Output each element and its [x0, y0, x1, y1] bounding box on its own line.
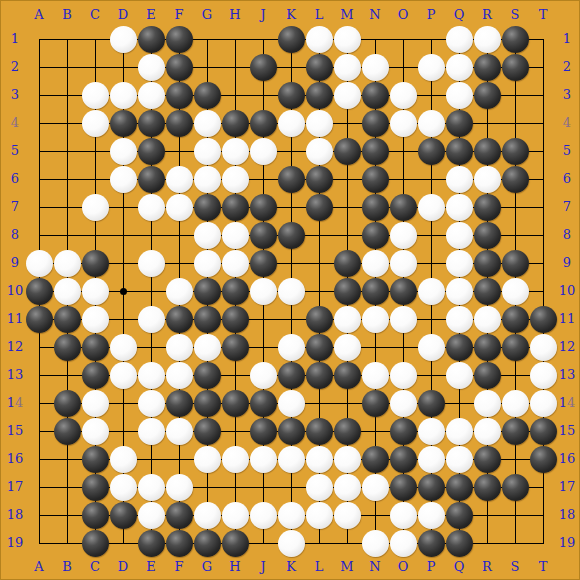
intersection-J15[interactable] [249, 417, 277, 445]
intersection-K10[interactable] [277, 277, 305, 305]
intersection-L5[interactable] [305, 137, 333, 165]
intersection-B18[interactable] [53, 501, 81, 529]
intersection-O10[interactable] [389, 277, 417, 305]
intersection-B3[interactable] [53, 81, 81, 109]
intersection-B2[interactable] [53, 53, 81, 81]
intersection-M13[interactable] [333, 361, 361, 389]
intersection-N13[interactable] [361, 361, 389, 389]
intersection-M7[interactable] [333, 193, 361, 221]
intersection-D6[interactable] [109, 165, 137, 193]
intersection-A15[interactable] [25, 417, 53, 445]
intersection-O6[interactable] [389, 165, 417, 193]
intersection-E4[interactable] [137, 109, 165, 137]
intersection-G17[interactable] [193, 473, 221, 501]
intersection-H18[interactable] [221, 501, 249, 529]
intersection-R1[interactable] [473, 25, 501, 53]
intersection-E16[interactable] [137, 445, 165, 473]
intersection-O8[interactable] [389, 221, 417, 249]
intersection-H9[interactable] [221, 249, 249, 277]
intersection-B1[interactable] [53, 25, 81, 53]
intersection-A8[interactable] [25, 221, 53, 249]
intersection-O4[interactable] [389, 109, 417, 137]
intersection-C2[interactable] [81, 53, 109, 81]
intersection-C15[interactable] [81, 417, 109, 445]
intersection-A1[interactable] [25, 25, 53, 53]
intersection-B7[interactable] [53, 193, 81, 221]
intersection-E9[interactable] [137, 249, 165, 277]
intersection-L11[interactable] [305, 305, 333, 333]
intersection-D18[interactable] [109, 501, 137, 529]
intersection-O16[interactable] [389, 445, 417, 473]
intersection-H3[interactable] [221, 81, 249, 109]
intersection-S14[interactable] [501, 389, 529, 417]
intersection-S1[interactable] [501, 25, 529, 53]
intersection-C12[interactable] [81, 333, 109, 361]
intersection-O12[interactable] [389, 333, 417, 361]
intersection-R8[interactable] [473, 221, 501, 249]
intersection-L18[interactable] [305, 501, 333, 529]
intersection-F9[interactable] [165, 249, 193, 277]
intersection-G3[interactable] [193, 81, 221, 109]
intersection-P17[interactable] [417, 473, 445, 501]
intersection-B17[interactable] [53, 473, 81, 501]
intersection-D5[interactable] [109, 137, 137, 165]
intersection-E2[interactable] [137, 53, 165, 81]
intersection-M16[interactable] [333, 445, 361, 473]
intersection-R11[interactable] [473, 305, 501, 333]
intersection-L14[interactable] [305, 389, 333, 417]
intersection-L8[interactable] [305, 221, 333, 249]
intersection-L12[interactable] [305, 333, 333, 361]
intersection-B6[interactable] [53, 165, 81, 193]
intersection-R15[interactable] [473, 417, 501, 445]
intersection-D16[interactable] [109, 445, 137, 473]
intersection-D7[interactable] [109, 193, 137, 221]
intersection-P3[interactable] [417, 81, 445, 109]
intersection-L13[interactable] [305, 361, 333, 389]
intersection-M4[interactable] [333, 109, 361, 137]
intersection-E3[interactable] [137, 81, 165, 109]
intersection-N8[interactable] [361, 221, 389, 249]
intersection-Q19[interactable] [445, 529, 473, 557]
intersection-M12[interactable] [333, 333, 361, 361]
intersection-J12[interactable] [249, 333, 277, 361]
intersection-P10[interactable] [417, 277, 445, 305]
intersection-P18[interactable] [417, 501, 445, 529]
intersection-C14[interactable] [81, 389, 109, 417]
intersection-C3[interactable] [81, 81, 109, 109]
intersection-H14[interactable] [221, 389, 249, 417]
intersection-F15[interactable] [165, 417, 193, 445]
intersection-R19[interactable] [473, 529, 501, 557]
intersection-A19[interactable] [25, 529, 53, 557]
intersection-H12[interactable] [221, 333, 249, 361]
intersection-A5[interactable] [25, 137, 53, 165]
intersection-E5[interactable] [137, 137, 165, 165]
intersection-H5[interactable] [221, 137, 249, 165]
intersection-D10[interactable] [109, 277, 137, 305]
intersection-N18[interactable] [361, 501, 389, 529]
intersection-P6[interactable] [417, 165, 445, 193]
intersection-O19[interactable] [389, 529, 417, 557]
intersection-B16[interactable] [53, 445, 81, 473]
intersection-A18[interactable] [25, 501, 53, 529]
intersection-J14[interactable] [249, 389, 277, 417]
intersection-G4[interactable] [193, 109, 221, 137]
intersection-M14[interactable] [333, 389, 361, 417]
intersection-P14[interactable] [417, 389, 445, 417]
intersection-S12[interactable] [501, 333, 529, 361]
intersection-G15[interactable] [193, 417, 221, 445]
intersection-N19[interactable] [361, 529, 389, 557]
intersection-M17[interactable] [333, 473, 361, 501]
intersection-K11[interactable] [277, 305, 305, 333]
intersection-P4[interactable] [417, 109, 445, 137]
intersection-K6[interactable] [277, 165, 305, 193]
intersection-F5[interactable] [165, 137, 193, 165]
intersection-R16[interactable] [473, 445, 501, 473]
intersection-F14[interactable] [165, 389, 193, 417]
intersection-A9[interactable] [25, 249, 53, 277]
intersection-Q7[interactable] [445, 193, 473, 221]
intersection-R12[interactable] [473, 333, 501, 361]
intersection-E6[interactable] [137, 165, 165, 193]
intersection-J3[interactable] [249, 81, 277, 109]
intersection-K17[interactable] [277, 473, 305, 501]
intersection-K15[interactable] [277, 417, 305, 445]
intersection-O11[interactable] [389, 305, 417, 333]
intersection-H4[interactable] [221, 109, 249, 137]
intersection-B10[interactable] [53, 277, 81, 305]
intersection-S17[interactable] [501, 473, 529, 501]
intersection-E7[interactable] [137, 193, 165, 221]
intersection-P7[interactable] [417, 193, 445, 221]
intersection-S6[interactable] [501, 165, 529, 193]
intersection-M15[interactable] [333, 417, 361, 445]
intersection-S18[interactable] [501, 501, 529, 529]
intersection-Q17[interactable] [445, 473, 473, 501]
intersection-N17[interactable] [361, 473, 389, 501]
intersection-J13[interactable] [249, 361, 277, 389]
intersection-C18[interactable] [81, 501, 109, 529]
intersection-Q16[interactable] [445, 445, 473, 473]
intersection-S4[interactable] [501, 109, 529, 137]
intersection-J8[interactable] [249, 221, 277, 249]
intersection-F4[interactable] [165, 109, 193, 137]
intersection-M5[interactable] [333, 137, 361, 165]
intersection-S7[interactable] [501, 193, 529, 221]
intersection-P11[interactable] [417, 305, 445, 333]
intersection-O3[interactable] [389, 81, 417, 109]
intersection-K2[interactable] [277, 53, 305, 81]
intersection-D17[interactable] [109, 473, 137, 501]
intersection-D1[interactable] [109, 25, 137, 53]
intersection-R5[interactable] [473, 137, 501, 165]
intersection-R13[interactable] [473, 361, 501, 389]
intersection-G8[interactable] [193, 221, 221, 249]
intersection-H2[interactable] [221, 53, 249, 81]
intersection-B14[interactable] [53, 389, 81, 417]
intersection-Q4[interactable] [445, 109, 473, 137]
intersection-G5[interactable] [193, 137, 221, 165]
intersection-N10[interactable] [361, 277, 389, 305]
intersection-L10[interactable] [305, 277, 333, 305]
intersection-F12[interactable] [165, 333, 193, 361]
intersection-F17[interactable] [165, 473, 193, 501]
intersection-L2[interactable] [305, 53, 333, 81]
intersection-G9[interactable] [193, 249, 221, 277]
intersection-F19[interactable] [165, 529, 193, 557]
intersection-N3[interactable] [361, 81, 389, 109]
intersection-F6[interactable] [165, 165, 193, 193]
intersection-R10[interactable] [473, 277, 501, 305]
intersection-K19[interactable] [277, 529, 305, 557]
intersection-Q10[interactable] [445, 277, 473, 305]
intersection-G13[interactable] [193, 361, 221, 389]
intersection-G6[interactable] [193, 165, 221, 193]
intersection-H10[interactable] [221, 277, 249, 305]
intersection-N14[interactable] [361, 389, 389, 417]
intersection-J19[interactable] [249, 529, 277, 557]
intersection-E8[interactable] [137, 221, 165, 249]
intersection-M1[interactable] [333, 25, 361, 53]
intersection-C9[interactable] [81, 249, 109, 277]
intersection-Q12[interactable] [445, 333, 473, 361]
intersection-K8[interactable] [277, 221, 305, 249]
intersection-P19[interactable] [417, 529, 445, 557]
intersection-S19[interactable] [501, 529, 529, 557]
intersection-D15[interactable] [109, 417, 137, 445]
intersection-J17[interactable] [249, 473, 277, 501]
intersection-N1[interactable] [361, 25, 389, 53]
intersection-D11[interactable] [109, 305, 137, 333]
intersection-L17[interactable] [305, 473, 333, 501]
intersection-K3[interactable] [277, 81, 305, 109]
intersection-J10[interactable] [249, 277, 277, 305]
intersection-R9[interactable] [473, 249, 501, 277]
intersection-Q13[interactable] [445, 361, 473, 389]
intersection-Q9[interactable] [445, 249, 473, 277]
intersection-N12[interactable] [361, 333, 389, 361]
intersection-Q11[interactable] [445, 305, 473, 333]
intersection-F11[interactable] [165, 305, 193, 333]
intersection-E18[interactable] [137, 501, 165, 529]
intersection-G16[interactable] [193, 445, 221, 473]
intersection-E14[interactable] [137, 389, 165, 417]
intersection-C6[interactable] [81, 165, 109, 193]
intersection-Q2[interactable] [445, 53, 473, 81]
intersection-H16[interactable] [221, 445, 249, 473]
intersection-J18[interactable] [249, 501, 277, 529]
intersection-F16[interactable] [165, 445, 193, 473]
intersection-G19[interactable] [193, 529, 221, 557]
intersection-S10[interactable] [501, 277, 529, 305]
intersection-K16[interactable] [277, 445, 305, 473]
intersection-F7[interactable] [165, 193, 193, 221]
intersection-A2[interactable] [25, 53, 53, 81]
intersection-S9[interactable] [501, 249, 529, 277]
intersection-C1[interactable] [81, 25, 109, 53]
intersection-O14[interactable] [389, 389, 417, 417]
intersection-K7[interactable] [277, 193, 305, 221]
intersection-A7[interactable] [25, 193, 53, 221]
intersection-Q14[interactable] [445, 389, 473, 417]
intersection-N16[interactable] [361, 445, 389, 473]
intersection-G14[interactable] [193, 389, 221, 417]
intersection-B4[interactable] [53, 109, 81, 137]
intersection-O15[interactable] [389, 417, 417, 445]
intersection-S2[interactable] [501, 53, 529, 81]
intersection-S3[interactable] [501, 81, 529, 109]
intersection-K18[interactable] [277, 501, 305, 529]
intersection-C5[interactable] [81, 137, 109, 165]
intersection-D12[interactable] [109, 333, 137, 361]
intersection-G10[interactable] [193, 277, 221, 305]
intersection-B5[interactable] [53, 137, 81, 165]
intersection-D2[interactable] [109, 53, 137, 81]
intersection-R3[interactable] [473, 81, 501, 109]
intersection-S11[interactable] [501, 305, 529, 333]
intersection-R17[interactable] [473, 473, 501, 501]
intersection-C13[interactable] [81, 361, 109, 389]
intersection-L19[interactable] [305, 529, 333, 557]
intersection-O5[interactable] [389, 137, 417, 165]
intersection-F1[interactable] [165, 25, 193, 53]
intersection-S5[interactable] [501, 137, 529, 165]
intersection-D8[interactable] [109, 221, 137, 249]
intersection-C10[interactable] [81, 277, 109, 305]
intersection-C11[interactable] [81, 305, 109, 333]
intersection-A3[interactable] [25, 81, 53, 109]
intersection-B13[interactable] [53, 361, 81, 389]
intersection-H6[interactable] [221, 165, 249, 193]
intersection-R18[interactable] [473, 501, 501, 529]
intersection-R6[interactable] [473, 165, 501, 193]
intersection-F18[interactable] [165, 501, 193, 529]
intersection-K4[interactable] [277, 109, 305, 137]
intersection-O17[interactable] [389, 473, 417, 501]
intersection-C7[interactable] [81, 193, 109, 221]
intersection-E11[interactable] [137, 305, 165, 333]
intersection-J2[interactable] [249, 53, 277, 81]
intersection-S16[interactable] [501, 445, 529, 473]
intersection-N2[interactable] [361, 53, 389, 81]
intersection-C16[interactable] [81, 445, 109, 473]
intersection-L9[interactable] [305, 249, 333, 277]
intersection-N4[interactable] [361, 109, 389, 137]
intersection-J4[interactable] [249, 109, 277, 137]
intersection-M2[interactable] [333, 53, 361, 81]
intersection-O7[interactable] [389, 193, 417, 221]
intersection-N7[interactable] [361, 193, 389, 221]
intersection-F13[interactable] [165, 361, 193, 389]
intersection-E15[interactable] [137, 417, 165, 445]
intersection-A10[interactable] [25, 277, 53, 305]
intersection-A16[interactable] [25, 445, 53, 473]
intersection-H1[interactable] [221, 25, 249, 53]
intersection-D14[interactable] [109, 389, 137, 417]
intersection-P13[interactable] [417, 361, 445, 389]
intersection-C4[interactable] [81, 109, 109, 137]
intersection-O18[interactable] [389, 501, 417, 529]
intersection-F2[interactable] [165, 53, 193, 81]
intersection-O1[interactable] [389, 25, 417, 53]
intersection-K13[interactable] [277, 361, 305, 389]
intersection-L16[interactable] [305, 445, 333, 473]
intersection-S8[interactable] [501, 221, 529, 249]
intersection-P9[interactable] [417, 249, 445, 277]
intersection-C17[interactable] [81, 473, 109, 501]
intersection-O13[interactable] [389, 361, 417, 389]
intersection-Q8[interactable] [445, 221, 473, 249]
intersection-J1[interactable] [249, 25, 277, 53]
intersection-R4[interactable] [473, 109, 501, 137]
intersection-B15[interactable] [53, 417, 81, 445]
intersection-P15[interactable] [417, 417, 445, 445]
intersection-E1[interactable] [137, 25, 165, 53]
intersection-L6[interactable] [305, 165, 333, 193]
intersection-D19[interactable] [109, 529, 137, 557]
intersection-H8[interactable] [221, 221, 249, 249]
intersection-B8[interactable] [53, 221, 81, 249]
intersection-Q15[interactable] [445, 417, 473, 445]
intersection-K1[interactable] [277, 25, 305, 53]
intersection-A14[interactable] [25, 389, 53, 417]
intersection-G1[interactable] [193, 25, 221, 53]
intersection-P1[interactable] [417, 25, 445, 53]
intersection-P8[interactable] [417, 221, 445, 249]
intersection-R2[interactable] [473, 53, 501, 81]
intersection-D13[interactable] [109, 361, 137, 389]
intersection-S15[interactable] [501, 417, 529, 445]
intersection-R7[interactable] [473, 193, 501, 221]
intersection-P2[interactable] [417, 53, 445, 81]
intersection-G18[interactable] [193, 501, 221, 529]
intersection-J5[interactable] [249, 137, 277, 165]
intersection-H19[interactable] [221, 529, 249, 557]
intersection-J11[interactable] [249, 305, 277, 333]
intersection-P16[interactable] [417, 445, 445, 473]
intersection-B19[interactable] [53, 529, 81, 557]
intersection-J6[interactable] [249, 165, 277, 193]
intersection-F8[interactable] [165, 221, 193, 249]
intersection-A11[interactable] [25, 305, 53, 333]
intersection-N6[interactable] [361, 165, 389, 193]
intersection-M6[interactable] [333, 165, 361, 193]
intersection-N11[interactable] [361, 305, 389, 333]
intersection-A17[interactable] [25, 473, 53, 501]
intersection-H17[interactable] [221, 473, 249, 501]
intersection-H7[interactable] [221, 193, 249, 221]
intersection-A4[interactable] [25, 109, 53, 137]
intersection-L7[interactable] [305, 193, 333, 221]
intersection-K14[interactable] [277, 389, 305, 417]
intersection-O9[interactable] [389, 249, 417, 277]
intersection-H13[interactable] [221, 361, 249, 389]
intersection-B9[interactable] [53, 249, 81, 277]
intersection-P12[interactable] [417, 333, 445, 361]
intersection-M11[interactable] [333, 305, 361, 333]
intersection-B12[interactable] [53, 333, 81, 361]
intersection-L3[interactable] [305, 81, 333, 109]
intersection-L4[interactable] [305, 109, 333, 137]
intersection-C19[interactable] [81, 529, 109, 557]
intersection-E12[interactable] [137, 333, 165, 361]
intersection-G7[interactable] [193, 193, 221, 221]
intersection-M18[interactable] [333, 501, 361, 529]
intersection-E19[interactable] [137, 529, 165, 557]
intersection-G11[interactable] [193, 305, 221, 333]
